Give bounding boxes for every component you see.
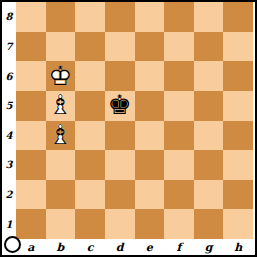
file-label-b: b [46,240,76,255]
square-h3[interactable] [223,150,253,180]
square-d2[interactable] [105,180,135,210]
white-king-glyph: ♔ [48,62,72,89]
file-labels: abcdefgh [16,240,253,255]
square-b7[interactable] [46,32,76,62]
square-g5[interactable] [194,91,224,121]
chess-diagram: 87654321 ♚♔♝♗♚♝♗ abcdefgh [0,0,257,257]
square-f7[interactable] [164,32,194,62]
rank-label-8: 8 [2,2,16,32]
black-king[interactable]: ♚ [105,91,135,121]
square-c5[interactable] [75,91,105,121]
square-a4[interactable] [16,121,46,151]
side-to-move-indicator [4,236,21,253]
white-bishop[interactable]: ♝♗ [46,91,76,121]
file-label-c: c [75,240,105,255]
square-d7[interactable] [105,32,135,62]
square-e7[interactable] [135,32,165,62]
square-e5[interactable] [135,91,165,121]
square-h1[interactable] [223,209,253,239]
square-e2[interactable] [135,180,165,210]
square-c3[interactable] [75,150,105,180]
square-e4[interactable] [135,121,165,151]
square-d3[interactable] [105,150,135,180]
square-f2[interactable] [164,180,194,210]
square-g8[interactable] [194,2,224,32]
file-label-h: h [223,240,253,255]
white-bishop-glyph: ♗ [48,121,72,148]
white-bishop[interactable]: ♝♗ [46,121,76,151]
square-g1[interactable] [194,209,224,239]
square-d6[interactable] [105,61,135,91]
white-bishop-glyph: ♗ [48,91,72,118]
white-king[interactable]: ♚♔ [46,61,76,91]
square-f4[interactable] [164,121,194,151]
square-a3[interactable] [16,150,46,180]
square-h4[interactable] [223,121,253,151]
square-c6[interactable] [75,61,105,91]
square-a8[interactable] [16,2,46,32]
square-c2[interactable] [75,180,105,210]
rank-label-2: 2 [2,180,16,210]
file-label-g: g [194,240,224,255]
square-b3[interactable] [46,150,76,180]
square-b6[interactable]: ♚♔ [46,61,76,91]
square-f3[interactable] [164,150,194,180]
square-h2[interactable] [223,180,253,210]
square-c4[interactable] [75,121,105,151]
square-g6[interactable] [194,61,224,91]
file-label-e: e [135,240,165,255]
square-a6[interactable] [16,61,46,91]
square-g7[interactable] [194,32,224,62]
square-c8[interactable] [75,2,105,32]
square-b8[interactable] [46,2,76,32]
square-h6[interactable] [223,61,253,91]
rank-label-1: 1 [2,209,16,239]
square-g4[interactable] [194,121,224,151]
file-label-f: f [164,240,194,255]
square-f1[interactable] [164,209,194,239]
square-c7[interactable] [75,32,105,62]
square-g2[interactable] [194,180,224,210]
square-a5[interactable] [16,91,46,121]
square-d8[interactable] [105,2,135,32]
square-a1[interactable] [16,209,46,239]
square-c1[interactable] [75,209,105,239]
square-h8[interactable] [223,2,253,32]
rank-label-5: 5 [2,91,16,121]
square-e8[interactable] [135,2,165,32]
square-d4[interactable] [105,121,135,151]
rank-label-4: 4 [2,121,16,151]
square-f5[interactable] [164,91,194,121]
square-f8[interactable] [164,2,194,32]
square-d1[interactable] [105,209,135,239]
rank-label-6: 6 [2,61,16,91]
black-king-glyph: ♚ [108,91,132,118]
rank-label-3: 3 [2,150,16,180]
square-a7[interactable] [16,32,46,62]
square-f6[interactable] [164,61,194,91]
rank-label-7: 7 [2,32,16,62]
square-h7[interactable] [223,32,253,62]
square-d5[interactable]: ♚ [105,91,135,121]
square-b4[interactable]: ♝♗ [46,121,76,151]
square-e6[interactable] [135,61,165,91]
rank-labels: 87654321 [2,2,16,239]
square-b1[interactable] [46,209,76,239]
square-b2[interactable] [46,180,76,210]
file-label-d: d [105,240,135,255]
square-a2[interactable] [16,180,46,210]
square-e3[interactable] [135,150,165,180]
square-h5[interactable] [223,91,253,121]
square-e1[interactable] [135,209,165,239]
square-g3[interactable] [194,150,224,180]
chess-board: ♚♔♝♗♚♝♗ [16,2,253,239]
square-b5[interactable]: ♝♗ [46,91,76,121]
